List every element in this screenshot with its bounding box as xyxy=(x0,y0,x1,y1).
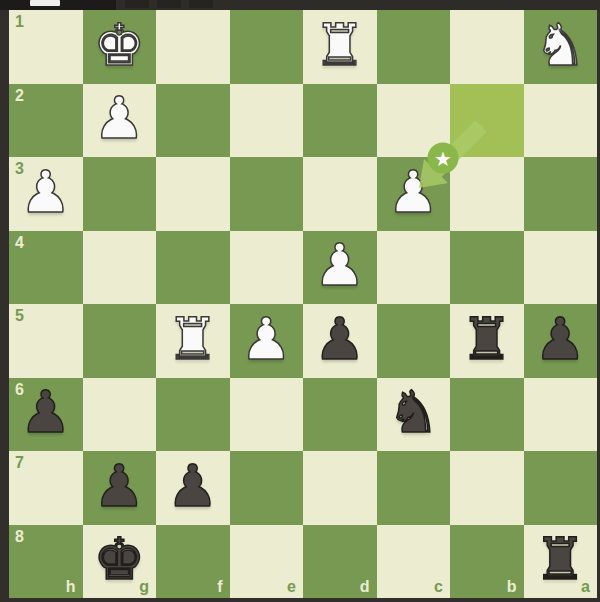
square-f2[interactable] xyxy=(156,84,230,158)
square-a8[interactable]: a♜ xyxy=(524,525,598,599)
square-b4[interactable] xyxy=(450,231,524,305)
piece-white-rook[interactable]: ♜ xyxy=(167,310,219,368)
square-e2[interactable] xyxy=(230,84,304,158)
rank-label-8: 8 xyxy=(15,529,24,545)
piece-black-knight[interactable]: ♞ xyxy=(387,383,439,441)
rank-label-5: 5 xyxy=(15,308,24,324)
rank-label-4: 4 xyxy=(15,235,24,251)
square-b7[interactable] xyxy=(450,451,524,525)
square-b3[interactable] xyxy=(450,157,524,231)
piece-white-pawn[interactable]: ♟ xyxy=(314,236,366,294)
square-h8[interactable]: 8h xyxy=(9,525,83,599)
square-a2[interactable] xyxy=(524,84,598,158)
square-d5[interactable]: ♟ xyxy=(303,304,377,378)
piece-black-pawn[interactable]: ♟ xyxy=(20,383,72,441)
square-c3[interactable]: ♟ xyxy=(377,157,451,231)
file-label-e: e xyxy=(287,579,296,595)
square-h1[interactable]: 1 xyxy=(9,10,83,84)
square-g6[interactable] xyxy=(83,378,157,452)
top-bar-slot-icon xyxy=(189,0,213,8)
square-b2[interactable] xyxy=(450,84,524,158)
square-g4[interactable] xyxy=(83,231,157,305)
square-b6[interactable] xyxy=(450,378,524,452)
chessboard-screen: 1♚♜♞2♟3♟♟4♟5♜♟♟♜♟6♟♞7♟♟8hg♚fedcba♜ ★ xyxy=(0,0,600,602)
square-f5[interactable]: ♜ xyxy=(156,304,230,378)
square-e8[interactable]: e xyxy=(230,525,304,599)
square-d7[interactable] xyxy=(303,451,377,525)
piece-white-pawn[interactable]: ♟ xyxy=(20,163,72,221)
square-a6[interactable] xyxy=(524,378,598,452)
square-h5[interactable]: 5 xyxy=(9,304,83,378)
square-h7[interactable]: 7 xyxy=(9,451,83,525)
square-a1[interactable]: ♞ xyxy=(524,10,598,84)
square-a5[interactable]: ♟ xyxy=(524,304,598,378)
square-c4[interactable] xyxy=(377,231,451,305)
square-g3[interactable] xyxy=(83,157,157,231)
white-chip-icon xyxy=(30,0,60,6)
piece-white-king[interactable]: ♚ xyxy=(93,16,145,74)
square-d1[interactable]: ♜ xyxy=(303,10,377,84)
square-c7[interactable] xyxy=(377,451,451,525)
file-label-c: c xyxy=(434,579,443,595)
square-c2[interactable] xyxy=(377,84,451,158)
square-c1[interactable] xyxy=(377,10,451,84)
square-e1[interactable] xyxy=(230,10,304,84)
top-bar-fragment xyxy=(0,0,600,10)
piece-white-knight[interactable]: ♞ xyxy=(534,16,586,74)
square-f4[interactable] xyxy=(156,231,230,305)
square-c6[interactable]: ♞ xyxy=(377,378,451,452)
piece-white-pawn[interactable]: ♟ xyxy=(93,89,145,147)
rank-label-1: 1 xyxy=(15,14,24,30)
square-b5[interactable]: ♜ xyxy=(450,304,524,378)
rank-label-2: 2 xyxy=(15,88,24,104)
square-d8[interactable]: d xyxy=(303,525,377,599)
file-label-b: b xyxy=(507,579,517,595)
piece-black-rook[interactable]: ♜ xyxy=(461,310,513,368)
square-g5[interactable] xyxy=(83,304,157,378)
square-a7[interactable] xyxy=(524,451,598,525)
square-e4[interactable] xyxy=(230,231,304,305)
square-b8[interactable]: b xyxy=(450,525,524,599)
file-label-d: d xyxy=(360,579,370,595)
square-f6[interactable] xyxy=(156,378,230,452)
piece-white-rook[interactable]: ♜ xyxy=(314,16,366,74)
square-d2[interactable] xyxy=(303,84,377,158)
piece-black-pawn[interactable]: ♟ xyxy=(534,310,586,368)
square-g8[interactable]: g♚ xyxy=(83,525,157,599)
piece-black-pawn[interactable]: ♟ xyxy=(314,310,366,368)
square-f3[interactable] xyxy=(156,157,230,231)
file-label-h: h xyxy=(66,579,76,595)
square-h2[interactable]: 2 xyxy=(9,84,83,158)
square-g1[interactable]: ♚ xyxy=(83,10,157,84)
top-bar-slot-icon xyxy=(125,0,149,8)
square-d6[interactable] xyxy=(303,378,377,452)
piece-black-king[interactable]: ♚ xyxy=(93,530,145,588)
square-g2[interactable]: ♟ xyxy=(83,84,157,158)
square-b1[interactable] xyxy=(450,10,524,84)
square-f8[interactable]: f xyxy=(156,525,230,599)
square-c8[interactable]: c xyxy=(377,525,451,599)
square-h3[interactable]: 3♟ xyxy=(9,157,83,231)
square-f7[interactable]: ♟ xyxy=(156,451,230,525)
square-e6[interactable] xyxy=(230,378,304,452)
square-c5[interactable] xyxy=(377,304,451,378)
top-bar-slot-icon xyxy=(157,0,181,8)
piece-white-pawn[interactable]: ♟ xyxy=(240,310,292,368)
square-f1[interactable] xyxy=(156,10,230,84)
square-e3[interactable] xyxy=(230,157,304,231)
square-h6[interactable]: 6♟ xyxy=(9,378,83,452)
rank-label-7: 7 xyxy=(15,455,24,471)
piece-white-pawn[interactable]: ♟ xyxy=(387,163,439,221)
piece-black-rook[interactable]: ♜ xyxy=(534,530,586,588)
piece-black-pawn[interactable]: ♟ xyxy=(93,457,145,515)
square-d3[interactable] xyxy=(303,157,377,231)
square-h4[interactable]: 4 xyxy=(9,231,83,305)
file-label-f: f xyxy=(217,579,222,595)
square-a3[interactable] xyxy=(524,157,598,231)
square-g7[interactable]: ♟ xyxy=(83,451,157,525)
square-a4[interactable] xyxy=(524,231,598,305)
square-e7[interactable] xyxy=(230,451,304,525)
square-e5[interactable]: ♟ xyxy=(230,304,304,378)
chess-board[interactable]: 1♚♜♞2♟3♟♟4♟5♜♟♟♜♟6♟♞7♟♟8hg♚fedcba♜ xyxy=(9,10,597,598)
square-d4[interactable]: ♟ xyxy=(303,231,377,305)
piece-black-pawn[interactable]: ♟ xyxy=(167,457,219,515)
